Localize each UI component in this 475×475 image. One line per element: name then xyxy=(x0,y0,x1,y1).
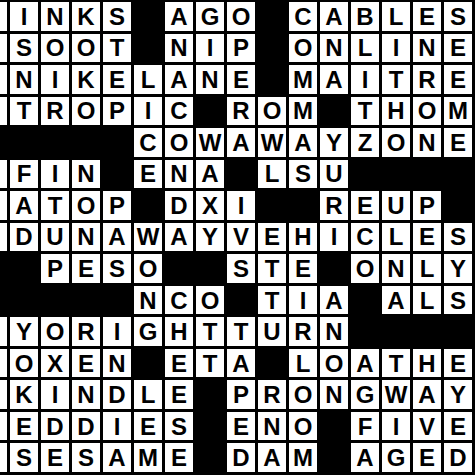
cell-letter: E xyxy=(78,351,94,376)
cell-r9c9[interactable]: T xyxy=(258,254,286,283)
cell-r12c8[interactable]: A xyxy=(227,349,255,378)
cell-letter: I xyxy=(393,414,400,439)
cell-r6c3[interactable]: N xyxy=(72,160,100,189)
cell-r10c9[interactable]: T xyxy=(258,286,286,315)
cell-r12c6[interactable]: E xyxy=(165,349,193,378)
cell-r10c6[interactable]: C xyxy=(165,286,193,315)
cell-r1c14[interactable]: E xyxy=(413,2,441,31)
cell-r2c14[interactable]: N xyxy=(413,34,441,63)
cell-r8c3[interactable]: N xyxy=(72,223,100,252)
cell-r14c1[interactable]: E xyxy=(10,412,38,441)
cell-r11c5[interactable]: G xyxy=(134,317,162,346)
cell-letter: P xyxy=(233,35,249,60)
edge-strip-cell-r14 xyxy=(0,412,7,441)
edge-strip-cell-r3 xyxy=(0,65,7,94)
cell-r1c2[interactable]: N xyxy=(41,2,69,31)
cell-r14c15[interactable]: E xyxy=(444,412,472,441)
cell-r7c3[interactable]: O xyxy=(72,191,100,220)
cell-r2c4[interactable]: T xyxy=(103,34,131,63)
cell-r3c11[interactable]: A xyxy=(320,65,348,94)
cell-r3c12[interactable]: I xyxy=(351,65,379,94)
cell-r2c2[interactable]: O xyxy=(41,34,69,63)
cell-r9c12[interactable]: O xyxy=(351,254,379,283)
cell-letter: N xyxy=(139,288,156,313)
cell-letter: N xyxy=(108,351,125,376)
cell-r9c15[interactable]: Y xyxy=(444,254,472,283)
cell-r14c14[interactable]: V xyxy=(413,412,441,441)
cell-r11c10[interactable]: R xyxy=(289,317,317,346)
black-cell-r15c11 xyxy=(320,443,348,472)
cell-r2c10[interactable]: O xyxy=(289,34,317,63)
cell-r13c12[interactable]: G xyxy=(351,380,379,409)
cell-r5c14[interactable]: N xyxy=(413,128,441,157)
cell-letter: A xyxy=(356,351,373,376)
cell-r12c4[interactable]: N xyxy=(103,349,131,378)
cell-r8c15[interactable]: S xyxy=(444,223,472,252)
cell-letter: N xyxy=(201,67,218,92)
cell-letter: G xyxy=(387,445,406,470)
cell-letter: N xyxy=(170,35,187,60)
cell-letter: V xyxy=(419,414,435,439)
cell-letter: M xyxy=(448,98,468,123)
cell-r2c8[interactable]: P xyxy=(227,34,255,63)
edge-strip-cell-r11 xyxy=(0,317,7,346)
cell-r2c13[interactable]: I xyxy=(382,34,410,63)
edge-strip-cell-r12 xyxy=(0,349,7,378)
cell-r8c7[interactable]: Y xyxy=(196,223,224,252)
cell-letter: O xyxy=(418,98,437,123)
cell-letter: M xyxy=(293,445,313,470)
cell-r11c4[interactable]: I xyxy=(103,317,131,346)
cell-letter: R xyxy=(325,193,342,218)
cell-r4c9[interactable]: O xyxy=(258,97,286,126)
cell-r12c15[interactable]: E xyxy=(444,349,472,378)
cell-letter: D xyxy=(170,193,187,218)
cell-r9c4[interactable]: S xyxy=(103,254,131,283)
black-cell-r7c9 xyxy=(258,191,286,220)
cell-r15c5[interactable]: M xyxy=(134,443,162,472)
cell-r15c12[interactable]: A xyxy=(351,443,379,472)
cell-r3c3[interactable]: K xyxy=(72,65,100,94)
cell-r8c8[interactable]: V xyxy=(227,223,255,252)
black-cell-r11c14 xyxy=(413,317,441,346)
cell-r6c9[interactable]: L xyxy=(258,160,286,189)
cell-r1c7[interactable]: G xyxy=(196,2,224,31)
cell-r6c1[interactable]: F xyxy=(10,160,38,189)
cell-letter: A xyxy=(170,67,187,92)
cell-r9c5[interactable]: O xyxy=(134,254,162,283)
cell-r2c6[interactable]: N xyxy=(165,34,193,63)
cell-r7c2[interactable]: T xyxy=(41,191,69,220)
cell-r1c12[interactable]: B xyxy=(351,2,379,31)
cell-r5c6[interactable]: O xyxy=(165,128,193,157)
cell-r15c8[interactable]: D xyxy=(227,443,255,472)
cell-letter: O xyxy=(356,256,375,281)
cell-r5c11[interactable]: Y xyxy=(320,128,348,157)
black-cell-r10c2 xyxy=(41,286,69,315)
cell-r8c13[interactable]: L xyxy=(382,223,410,252)
cell-r11c8[interactable]: T xyxy=(227,317,255,346)
cell-r15c15[interactable]: D xyxy=(444,443,472,472)
cell-r13c4[interactable]: D xyxy=(103,380,131,409)
cell-r15c4[interactable]: A xyxy=(103,443,131,472)
cell-r13c11[interactable]: N xyxy=(320,380,348,409)
cell-letter: L xyxy=(265,161,280,186)
cell-letter: P xyxy=(109,98,125,123)
cell-letter: L xyxy=(141,382,156,407)
cell-r12c3[interactable]: E xyxy=(72,349,100,378)
cell-r10c5[interactable]: N xyxy=(134,286,162,315)
cell-letter: H xyxy=(418,351,435,376)
cell-r11c1[interactable]: Y xyxy=(10,317,38,346)
cell-letter: E xyxy=(16,414,32,439)
cell-letter: Y xyxy=(450,382,466,407)
cell-r10c15[interactable]: S xyxy=(444,286,472,315)
cell-r4c3[interactable]: O xyxy=(72,97,100,126)
cell-r2c15[interactable]: E xyxy=(444,34,472,63)
cell-r8c9[interactable]: E xyxy=(258,223,286,252)
cell-letter: A xyxy=(15,193,32,218)
cell-r15c1[interactable]: S xyxy=(10,443,38,472)
cell-r4c15[interactable]: M xyxy=(444,97,472,126)
cell-letter: O xyxy=(170,130,189,155)
cell-r2c12[interactable]: L xyxy=(351,34,379,63)
cell-letter: E xyxy=(450,351,466,376)
cell-r15c14[interactable]: E xyxy=(413,443,441,472)
cell-r12c13[interactable]: T xyxy=(382,349,410,378)
cell-r3c6[interactable]: A xyxy=(165,65,193,94)
cell-r11c6[interactable]: H xyxy=(165,317,193,346)
black-cell-r3c9 xyxy=(258,65,286,94)
cell-r12c12[interactable]: A xyxy=(351,349,379,378)
cell-r1c3[interactable]: K xyxy=(72,2,100,31)
cell-letter: E xyxy=(450,130,466,155)
cell-letter: I xyxy=(52,67,59,92)
edge-strip-cell-r4 xyxy=(0,97,7,126)
cell-letter: A xyxy=(170,224,187,249)
cell-r4c12[interactable]: T xyxy=(351,97,379,126)
cell-r7c1[interactable]: A xyxy=(10,191,38,220)
cell-r10c10[interactable]: I xyxy=(289,286,317,315)
cell-r11c2[interactable]: O xyxy=(41,317,69,346)
cell-r1c15[interactable]: S xyxy=(444,2,472,31)
cell-letter: L xyxy=(420,256,435,281)
cell-r6c2[interactable]: I xyxy=(41,160,69,189)
cell-r3c13[interactable]: T xyxy=(382,65,410,94)
cell-r13c15[interactable]: Y xyxy=(444,380,472,409)
cell-r6c7[interactable]: A xyxy=(196,160,224,189)
cell-r13c13[interactable]: W xyxy=(382,380,410,409)
cell-r3c5[interactable]: L xyxy=(134,65,162,94)
cell-r13c8[interactable]: P xyxy=(227,380,255,409)
cell-r3c7[interactable]: N xyxy=(196,65,224,94)
cell-r4c8[interactable]: R xyxy=(227,97,255,126)
cell-r13c9[interactable]: R xyxy=(258,380,286,409)
cell-r5c13[interactable]: O xyxy=(382,128,410,157)
cell-letter: T xyxy=(265,256,280,281)
cell-r2c11[interactable]: N xyxy=(320,34,348,63)
cell-r2c7[interactable]: I xyxy=(196,34,224,63)
cell-r7c8[interactable]: I xyxy=(227,191,255,220)
cell-r1c4[interactable]: S xyxy=(103,2,131,31)
edge-strip-cell-r6 xyxy=(0,160,7,189)
cell-r8c12[interactable]: C xyxy=(351,223,379,252)
cell-r4c10[interactable]: M xyxy=(289,97,317,126)
cell-r14c3[interactable]: D xyxy=(72,412,100,441)
edge-strip-cell-r2 xyxy=(0,34,7,63)
cell-r4c2[interactable]: R xyxy=(41,97,69,126)
cell-letter: E xyxy=(450,414,466,439)
cell-r4c1[interactable]: T xyxy=(10,97,38,126)
cell-letter: L xyxy=(389,224,404,249)
cell-letter: N xyxy=(77,161,94,186)
cell-r3c10[interactable]: M xyxy=(289,65,317,94)
cell-r7c7[interactable]: X xyxy=(196,191,224,220)
cell-letter: E xyxy=(233,414,249,439)
cell-letter: O xyxy=(77,193,96,218)
cell-letter: Y xyxy=(326,130,342,155)
cell-letter: R xyxy=(77,319,94,344)
cell-letter: E xyxy=(140,414,156,439)
cell-r13c10[interactable]: O xyxy=(289,380,317,409)
cell-r6c6[interactable]: N xyxy=(165,160,193,189)
cell-r7c14[interactable]: P xyxy=(413,191,441,220)
cell-r12c2[interactable]: X xyxy=(41,349,69,378)
cell-letter: U xyxy=(325,161,342,186)
cell-letter: A xyxy=(325,4,342,29)
cell-letter: A xyxy=(418,382,435,407)
cell-r6c5[interactable]: E xyxy=(134,160,162,189)
cell-r9c10[interactable]: E xyxy=(289,254,317,283)
cell-r5c9[interactable]: W xyxy=(258,128,286,157)
cell-letter: O xyxy=(201,288,220,313)
cell-letter: L xyxy=(389,4,404,29)
cell-letter: N xyxy=(325,319,342,344)
cell-letter: F xyxy=(358,414,373,439)
black-cell-r6c15 xyxy=(444,160,472,189)
black-cell-r6c13 xyxy=(382,160,410,189)
cell-letter: U xyxy=(387,193,404,218)
edge-strip-cell-r9 xyxy=(0,254,7,283)
cell-letter: C xyxy=(294,4,311,29)
cell-r15c9[interactable]: A xyxy=(258,443,286,472)
cell-letter: X xyxy=(47,351,63,376)
cell-r2c3[interactable]: O xyxy=(72,34,100,63)
cell-r6c11[interactable]: U xyxy=(320,160,348,189)
cell-letter: P xyxy=(233,382,249,407)
cell-letter: H xyxy=(170,319,187,344)
cell-letter: H xyxy=(294,224,311,249)
black-cell-r9c6 xyxy=(165,254,193,283)
black-cell-r6c4 xyxy=(103,160,131,189)
black-cell-r4c7 xyxy=(196,97,224,126)
cell-letter: G xyxy=(201,4,220,29)
cell-r3c2[interactable]: I xyxy=(41,65,69,94)
cell-letter: E xyxy=(47,445,63,470)
cell-r9c8[interactable]: S xyxy=(227,254,255,283)
black-cell-r10c8 xyxy=(227,286,255,315)
cell-r9c13[interactable]: N xyxy=(382,254,410,283)
black-cell-r6c12 xyxy=(351,160,379,189)
cell-r11c9[interactable]: U xyxy=(258,317,286,346)
cell-letter: L xyxy=(420,288,435,313)
cell-r13c2[interactable]: I xyxy=(41,380,69,409)
cell-letter: R xyxy=(46,98,63,123)
cell-r5c5[interactable]: C xyxy=(134,128,162,157)
cell-letter: W xyxy=(199,130,222,155)
cell-r8c14[interactable]: E xyxy=(413,223,441,252)
cell-r13c3[interactable]: N xyxy=(72,380,100,409)
cell-letter: T xyxy=(389,351,404,376)
cell-r14c13[interactable]: I xyxy=(382,412,410,441)
cell-r12c7[interactable]: T xyxy=(196,349,224,378)
cell-r10c7[interactable]: O xyxy=(196,286,224,315)
cell-letter: A xyxy=(232,351,249,376)
cell-letter: I xyxy=(52,382,59,407)
black-cell-r9c1 xyxy=(10,254,38,283)
cell-r4c4[interactable]: P xyxy=(103,97,131,126)
cell-r14c2[interactable]: D xyxy=(41,412,69,441)
cell-r3c15[interactable]: E xyxy=(444,65,472,94)
cell-r5c12[interactable]: Z xyxy=(351,128,379,157)
cell-r4c14[interactable]: O xyxy=(413,97,441,126)
cell-r15c3[interactable]: S xyxy=(72,443,100,472)
cell-letter: A xyxy=(294,130,311,155)
cell-r8c11[interactable]: I xyxy=(320,223,348,252)
cell-r8c5[interactable]: W xyxy=(134,223,162,252)
cell-r1c1[interactable]: I xyxy=(10,2,38,31)
cell-r4c6[interactable]: C xyxy=(165,97,193,126)
cell-r2c1[interactable]: S xyxy=(10,34,38,63)
cell-letter: T xyxy=(17,98,32,123)
cell-letter: C xyxy=(139,130,156,155)
cell-r9c14[interactable]: L xyxy=(413,254,441,283)
cell-letter: R xyxy=(232,98,249,123)
cell-r11c3[interactable]: R xyxy=(72,317,100,346)
cell-letter: O xyxy=(46,35,65,60)
cell-r14c6[interactable]: S xyxy=(165,412,193,441)
cell-r8c1[interactable]: D xyxy=(10,223,38,252)
cell-r5c8[interactable]: A xyxy=(227,128,255,157)
cell-r7c12[interactable]: E xyxy=(351,191,379,220)
cell-letter: F xyxy=(17,161,32,186)
cell-letter: N xyxy=(170,161,187,186)
cell-r8c10[interactable]: H xyxy=(289,223,317,252)
cell-r15c2[interactable]: E xyxy=(41,443,69,472)
cell-r1c10[interactable]: C xyxy=(289,2,317,31)
cell-r7c13[interactable]: U xyxy=(382,191,410,220)
cell-r14c8[interactable]: E xyxy=(227,412,255,441)
cell-r1c13[interactable]: L xyxy=(382,2,410,31)
cell-letter: M xyxy=(138,445,158,470)
cell-r9c3[interactable]: E xyxy=(72,254,100,283)
cell-r3c1[interactable]: N xyxy=(10,65,38,94)
cell-r1c8[interactable]: O xyxy=(227,2,255,31)
cell-r5c7[interactable]: W xyxy=(196,128,224,157)
cell-r3c14[interactable]: R xyxy=(413,65,441,94)
cell-r14c9[interactable]: N xyxy=(258,412,286,441)
cell-r15c6[interactable]: E xyxy=(165,443,193,472)
cell-r7c4[interactable]: P xyxy=(103,191,131,220)
cell-r8c6[interactable]: A xyxy=(165,223,193,252)
black-cell-r11c13 xyxy=(382,317,410,346)
cell-r3c8[interactable]: E xyxy=(227,65,255,94)
cell-r10c13[interactable]: A xyxy=(382,286,410,315)
cell-r1c6[interactable]: A xyxy=(165,2,193,31)
cell-r14c4[interactable]: I xyxy=(103,412,131,441)
cell-r12c14[interactable]: H xyxy=(413,349,441,378)
cell-r13c6[interactable]: E xyxy=(165,380,193,409)
cell-r4c13[interactable]: H xyxy=(382,97,410,126)
cell-r4c5[interactable]: I xyxy=(134,97,162,126)
cell-letter: U xyxy=(46,224,63,249)
cell-r13c14[interactable]: A xyxy=(413,380,441,409)
cell-r12c11[interactable]: O xyxy=(320,349,348,378)
black-cell-r14c7 xyxy=(196,412,224,441)
cell-r12c1[interactable]: O xyxy=(10,349,38,378)
cell-letter: L xyxy=(141,67,156,92)
cell-letter: E xyxy=(419,445,435,470)
cell-letter: K xyxy=(15,382,32,407)
cell-r5c10[interactable]: A xyxy=(289,128,317,157)
cell-r10c14[interactable]: L xyxy=(413,286,441,315)
cell-letter: I xyxy=(300,288,307,313)
cell-r8c4[interactable]: A xyxy=(103,223,131,252)
cell-letter: S xyxy=(295,161,311,186)
black-cell-r2c5 xyxy=(134,34,162,63)
cell-r12c10[interactable]: L xyxy=(289,349,317,378)
cell-letter: A xyxy=(201,161,218,186)
cell-letter: I xyxy=(145,98,152,123)
cell-r3c4[interactable]: E xyxy=(103,65,131,94)
cell-letter: D xyxy=(77,414,94,439)
cell-letter: N xyxy=(46,4,63,29)
cell-r7c11[interactable]: R xyxy=(320,191,348,220)
edge-strip-cell-r15 xyxy=(0,443,7,472)
cell-letter: A xyxy=(263,445,280,470)
black-cell-r9c11 xyxy=(320,254,348,283)
cell-letter: N xyxy=(77,224,94,249)
cell-letter: T xyxy=(358,98,373,123)
cell-letter: N xyxy=(418,35,435,60)
cell-r14c10[interactable]: O xyxy=(289,412,317,441)
cell-r11c11[interactable]: N xyxy=(320,317,348,346)
cell-letter: S xyxy=(109,256,125,281)
cell-letter: X xyxy=(202,193,218,218)
cell-r15c10[interactable]: M xyxy=(289,443,317,472)
cell-r13c1[interactable]: K xyxy=(10,380,38,409)
cell-letter: T xyxy=(234,319,249,344)
cell-letter: O xyxy=(46,319,65,344)
cell-letter: I xyxy=(393,35,400,60)
cell-r15c13[interactable]: G xyxy=(382,443,410,472)
cell-r5c15[interactable]: E xyxy=(444,128,472,157)
cell-r11c7[interactable]: T xyxy=(196,317,224,346)
cell-r6c10[interactable]: S xyxy=(289,160,317,189)
edge-strip-cell-r13 xyxy=(0,380,7,409)
cell-r7c6[interactable]: D xyxy=(165,191,193,220)
cell-letter: D xyxy=(46,414,63,439)
cell-r14c12[interactable]: F xyxy=(351,412,379,441)
cell-r13c5[interactable]: L xyxy=(134,380,162,409)
cell-r1c11[interactable]: A xyxy=(320,2,348,31)
black-cell-r10c1 xyxy=(10,286,38,315)
cell-r10c11[interactable]: A xyxy=(320,286,348,315)
cell-r14c5[interactable]: E xyxy=(134,412,162,441)
cell-r8c2[interactable]: U xyxy=(41,223,69,252)
cell-letter: E xyxy=(450,35,466,60)
cell-r9c2[interactable]: P xyxy=(41,254,69,283)
